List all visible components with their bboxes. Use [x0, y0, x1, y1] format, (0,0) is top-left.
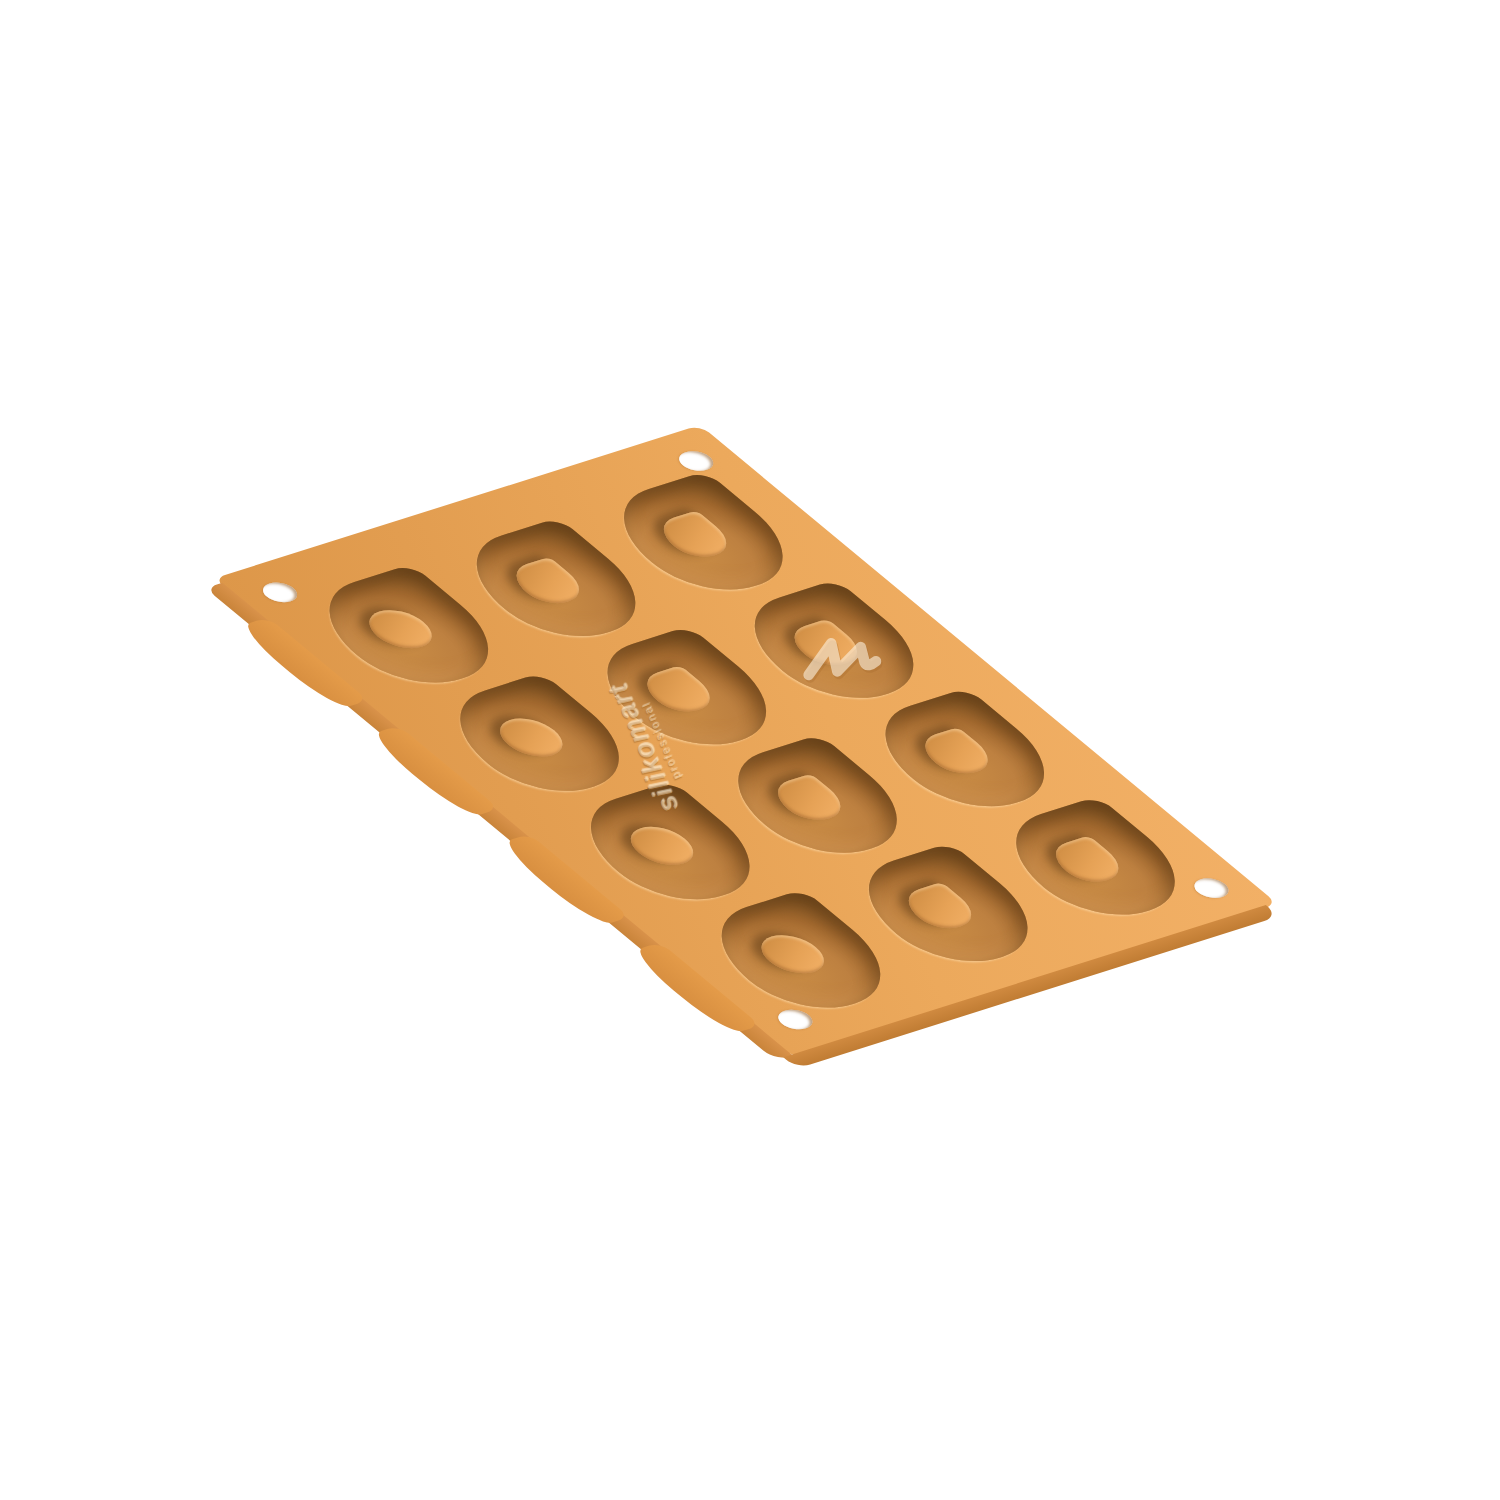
- cavity-center-bump: [894, 882, 986, 934]
- corner-hanging-hole: [256, 579, 304, 605]
- cavity-center-bump: [911, 727, 1003, 779]
- cavity-center-bump: [618, 821, 706, 871]
- product-photo: silikomart professional: [0, 0, 1500, 1500]
- cavity-center-bump: [502, 556, 594, 608]
- cavity-center-bump: [764, 773, 856, 825]
- cavity-center-bump: [649, 510, 741, 562]
- corner-hanging-hole: [672, 448, 720, 474]
- cavity-center-bump: [487, 712, 575, 762]
- cavity-center-bump: [633, 665, 725, 717]
- cavity-center-bump: [749, 929, 837, 979]
- corner-hanging-hole: [1188, 875, 1236, 901]
- cavity-center-bump: [357, 604, 445, 654]
- baking-mold: [214, 425, 1278, 1057]
- corner-hanging-hole: [771, 1007, 819, 1033]
- cavity-center-bump: [780, 618, 872, 670]
- cavity-center-bump: [1042, 835, 1134, 887]
